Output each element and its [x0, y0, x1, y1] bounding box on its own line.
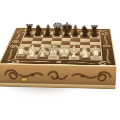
white-king[interactable]: ♚ [54, 43, 71, 59]
square-h1[interactable]: ♜ [90, 55, 101, 59]
product-photo-scene: ♜♞♝♛♚♝♞♜♟♟♟♟♟♟♟♟♟♟♟♟♟♟♟♟♜♞♝♛♚♝♞♜ [0, 0, 120, 120]
board-top-surface: ♜♞♝♛♚♝♞♜♟♟♟♟♟♟♟♟♟♟♟♟♟♟♟♟♜♞♝♛♚♝♞♜ [0, 27, 116, 65]
square-h7[interactable]: ♟ [89, 35, 99, 38]
carved-scroll-front-band [0, 65, 116, 85]
box-front-edge [0, 63, 116, 85]
chess-board-grid[interactable]: ♜♞♝♛♚♝♞♜♟♟♟♟♟♟♟♟♟♟♟♟♟♟♟♟♜♞♝♛♚♝♞♜ [14, 31, 102, 60]
brass-hinge [20, 77, 28, 82]
white-rook[interactable]: ♜ [87, 46, 104, 59]
board-frame: ♜♞♝♛♚♝♞♜♟♟♟♟♟♟♟♟♟♟♟♟♟♟♟♟♜♞♝♛♚♝♞♜ [0, 27, 116, 65]
black-pawn[interactable]: ♟ [87, 28, 102, 38]
square-e1[interactable]: ♚ [58, 55, 69, 59]
